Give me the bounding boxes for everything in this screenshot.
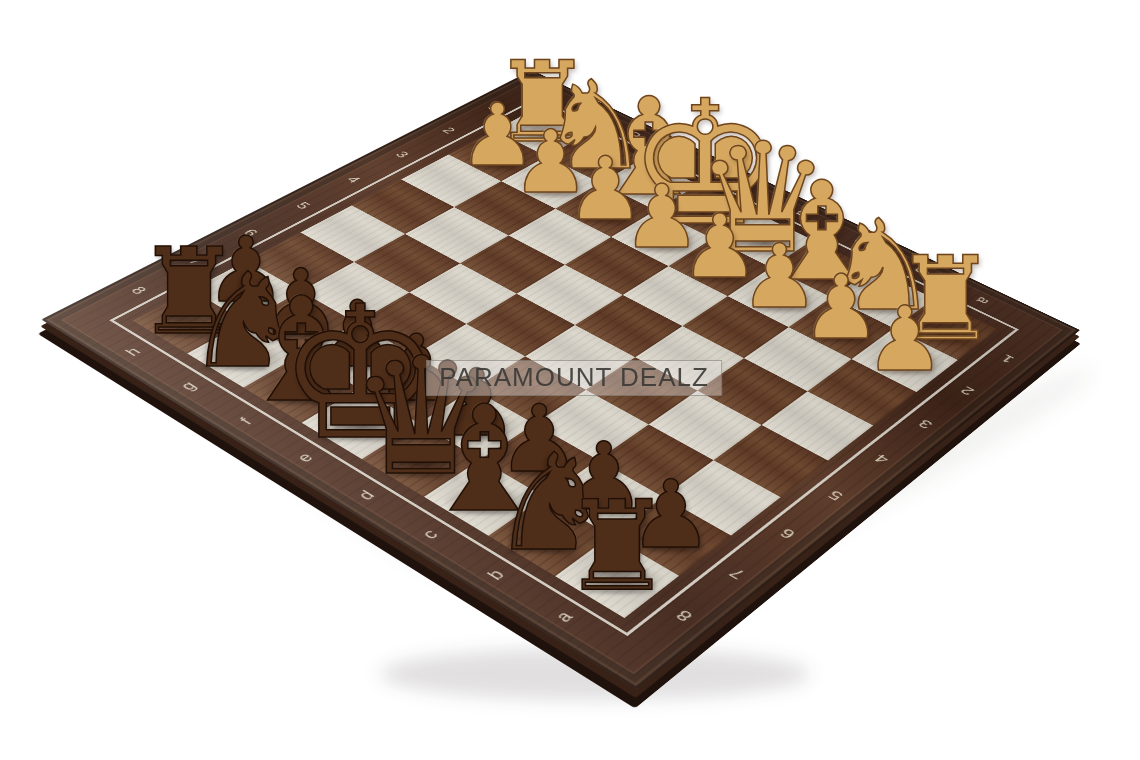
rank-label-4-top: 4: [342, 174, 363, 185]
rank-label-4-bottom: 4: [870, 452, 892, 467]
piece-white-pawn[interactable]: ♟: [865, 295, 945, 384]
rank-label-7-bottom: 7: [725, 565, 749, 582]
piece-black-rook[interactable]: ♜: [562, 484, 673, 608]
product-photo-stage: hhggffeeddccbbaa8877665544332211 ♜♞♝♛♚♝♞…: [0, 0, 1140, 760]
rank-label-3-bottom: 3: [915, 417, 937, 431]
rank-label-3-top: 3: [391, 149, 412, 160]
watermark: PARAMOUNT DEALZ: [426, 360, 722, 396]
rank-label-2-top: 2: [438, 126, 458, 136]
square-a5[interactable]: [714, 425, 828, 497]
rank-label-5-top: 5: [292, 200, 314, 211]
rank-label-6-bottom: 6: [776, 526, 800, 543]
square-a4[interactable]: [762, 391, 874, 460]
rank-label-5-bottom: 5: [824, 488, 847, 504]
square-b5[interactable]: [649, 391, 762, 461]
rank-label-1-bottom: 1: [997, 352, 1017, 365]
rank-label-8-bottom: 8: [672, 607, 697, 625]
rank-label-2-bottom: 2: [957, 384, 978, 398]
